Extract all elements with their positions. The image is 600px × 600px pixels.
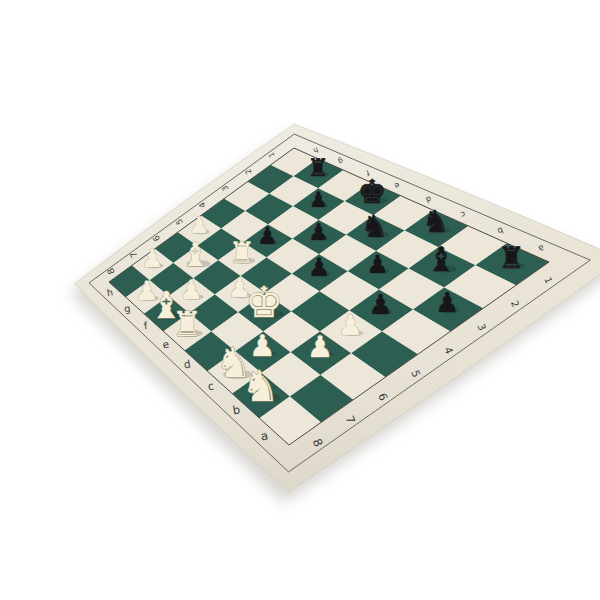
piece-black-knight-c1[interactable]: ♞: [422, 204, 449, 239]
piece-black-pawn-d4[interactable]: ♟: [308, 253, 331, 282]
piece-white-pawn-b6[interactable]: ♟: [307, 329, 334, 364]
piece-black-pawn-f4[interactable]: ♟: [257, 222, 278, 250]
piece-white-king-d6[interactable]: ♚: [245, 278, 283, 327]
piece-white-pawn-h7[interactable]: ♟: [141, 244, 163, 273]
piece-black-king-e1[interactable]: ♚: [358, 173, 387, 211]
piece-white-rook-f5[interactable]: ♜: [229, 236, 255, 270]
piece-black-pawn-e3[interactable]: ♟: [308, 218, 329, 246]
piece-white-pawn-b5[interactable]: ♟: [337, 308, 363, 342]
piece-black-pawn-b4[interactable]: ♟: [368, 289, 393, 320]
piece-black-pawn-c3[interactable]: ♟: [366, 250, 389, 279]
piece-black-knight-d2[interactable]: ♞: [361, 208, 389, 244]
piece-white-pawn-f7[interactable]: ♟: [179, 274, 203, 305]
chess-set-photo: 1234567812345678hgfedcbahgfedcba♜♚♟♞♟♞♟♟…: [0, 0, 600, 600]
piece-black-bishop-b2[interactable]: ♝: [426, 240, 456, 279]
piece-black-rook-a1[interactable]: ♜: [498, 240, 525, 275]
piece-black-pawn-a3[interactable]: ♟: [435, 287, 459, 318]
piece-white-knight-b8[interactable]: ♞: [241, 361, 279, 411]
piece-white-pawn-c7[interactable]: ♟: [249, 328, 276, 363]
piece-white-rook-e8[interactable]: ♜: [172, 304, 203, 344]
piece-black-rook-g1[interactable]: ♜: [307, 154, 328, 182]
chess-board-scene: 1234567812345678hgfedcbahgfedcba♜♚♟♞♟♞♟♟…: [0, 0, 600, 600]
piece-white-bishop-g6[interactable]: ♝: [181, 235, 211, 274]
piece-black-pawn-f2[interactable]: ♟: [309, 187, 328, 212]
